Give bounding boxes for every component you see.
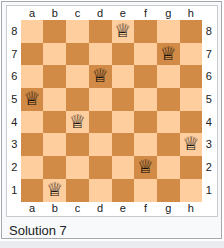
rank-label-8: 8: [8, 20, 21, 43]
file-label-e: e: [112, 202, 135, 215]
square-h1: [180, 179, 203, 202]
square-g8: [157, 20, 180, 43]
square-e1: [112, 179, 135, 202]
white-queen-piece: ♕: [137, 157, 154, 176]
board-corner: [8, 7, 21, 20]
square-b3: [43, 133, 66, 156]
square-c1: [66, 179, 89, 202]
square-c2: [66, 156, 89, 179]
rank-label-3: 3: [8, 133, 21, 156]
square-a4: [21, 111, 44, 134]
square-f7: [134, 43, 157, 66]
square-g6: [157, 65, 180, 88]
rank-label-6: 6: [8, 65, 21, 88]
square-e6: [112, 65, 135, 88]
rank-label-5: 5: [8, 88, 21, 111]
square-c5: [66, 88, 89, 111]
square-g2: [157, 156, 180, 179]
square-e5: [112, 88, 135, 111]
square-h2: [180, 156, 203, 179]
square-a5: ♕: [21, 88, 44, 111]
file-label-c: c: [66, 202, 89, 215]
square-d7: [89, 43, 112, 66]
square-b6: [43, 65, 66, 88]
square-h8: [180, 20, 203, 43]
thumbnail-frame: abcdefgh8♕87♕76♕65♕54♕43♕32♕21♕1abcdefgh…: [1, 1, 222, 239]
square-h3: ♕: [180, 133, 203, 156]
square-h4: [180, 111, 203, 134]
rank-label-1: 1: [8, 179, 21, 202]
square-f5: [134, 88, 157, 111]
square-b7: [43, 43, 66, 66]
white-queen-piece: ♕: [69, 112, 86, 131]
square-f1: [134, 179, 157, 202]
square-h5: [180, 88, 203, 111]
rank-label-5: 5: [202, 88, 215, 111]
white-queen-piece: ♕: [114, 21, 131, 40]
square-f2: ♕: [134, 156, 157, 179]
square-a3: [21, 133, 44, 156]
square-c7: [66, 43, 89, 66]
rank-label-2: 2: [8, 156, 21, 179]
square-c8: [66, 20, 89, 43]
square-a8: [21, 20, 44, 43]
square-e7: [112, 43, 135, 66]
file-label-g: g: [157, 202, 180, 215]
square-f3: [134, 133, 157, 156]
square-a6: [21, 65, 44, 88]
square-a2: [21, 156, 44, 179]
square-b8: [43, 20, 66, 43]
white-queen-piece: ♕: [160, 44, 177, 63]
square-a7: [21, 43, 44, 66]
caption: Solution 7: [2, 217, 221, 239]
square-g7: ♕: [157, 43, 180, 66]
white-queen-piece: ♕: [24, 89, 41, 108]
file-label-a: a: [21, 202, 44, 215]
square-c6: [66, 65, 89, 88]
square-e2: [112, 156, 135, 179]
file-label-c: c: [66, 7, 89, 20]
rank-label-7: 7: [8, 43, 21, 66]
square-a1: [21, 179, 44, 202]
file-label-f: f: [134, 7, 157, 20]
rank-label-7: 7: [202, 43, 215, 66]
rank-label-4: 4: [202, 111, 215, 134]
square-b2: [43, 156, 66, 179]
square-c3: [66, 133, 89, 156]
square-e3: [112, 133, 135, 156]
square-d4: [89, 111, 112, 134]
square-f6: [134, 65, 157, 88]
file-label-d: d: [89, 202, 112, 215]
square-g4: [157, 111, 180, 134]
square-g3: [157, 133, 180, 156]
square-b1: ♕: [43, 179, 66, 202]
chess-diagram: abcdefgh8♕87♕76♕65♕54♕43♕32♕21♕1abcdefgh: [6, 5, 218, 217]
rank-label-1: 1: [202, 179, 215, 202]
square-h7: [180, 43, 203, 66]
white-queen-piece: ♕: [92, 66, 109, 85]
square-c4: ♕: [66, 111, 89, 134]
file-label-b: b: [43, 7, 66, 20]
square-d8: [89, 20, 112, 43]
white-queen-piece: ♕: [182, 134, 199, 153]
rank-label-4: 4: [8, 111, 21, 134]
square-d2: [89, 156, 112, 179]
board-corner: [202, 7, 215, 20]
file-label-h: h: [180, 202, 203, 215]
rank-label-3: 3: [202, 133, 215, 156]
square-g5: [157, 88, 180, 111]
file-label-b: b: [43, 202, 66, 215]
square-b4: [43, 111, 66, 134]
rank-label-8: 8: [202, 20, 215, 43]
square-h6: [180, 65, 203, 88]
square-e4: [112, 111, 135, 134]
square-f4: [134, 111, 157, 134]
rank-label-6: 6: [202, 65, 215, 88]
square-d1: [89, 179, 112, 202]
chess-board: abcdefgh8♕87♕76♕65♕54♕43♕32♕21♕1abcdefgh: [7, 7, 217, 215]
white-queen-piece: ♕: [46, 180, 63, 199]
file-label-h: h: [180, 7, 203, 20]
square-d3: [89, 133, 112, 156]
square-d5: [89, 88, 112, 111]
board-corner: [202, 202, 215, 215]
square-d6: ♕: [89, 65, 112, 88]
board-corner: [8, 202, 21, 215]
square-g1: [157, 179, 180, 202]
file-label-a: a: [21, 7, 44, 20]
file-label-d: d: [89, 7, 112, 20]
square-e8: ♕: [112, 20, 135, 43]
file-label-g: g: [157, 7, 180, 20]
square-f8: [134, 20, 157, 43]
rank-label-2: 2: [202, 156, 215, 179]
file-label-f: f: [134, 202, 157, 215]
page-background-strip: [0, 241, 224, 248]
square-b5: [43, 88, 66, 111]
